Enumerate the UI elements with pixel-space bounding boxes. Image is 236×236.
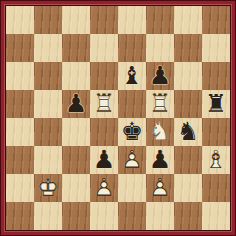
piece-white-bishop-h3[interactable]: ♝♗ (202, 146, 230, 174)
square-a2[interactable] (6, 174, 34, 202)
square-b2[interactable]: ♚♔ (34, 174, 62, 202)
square-g6[interactable] (174, 62, 202, 90)
square-b8[interactable] (34, 6, 62, 34)
square-a3[interactable] (6, 146, 34, 174)
square-h4[interactable] (202, 118, 230, 146)
piece-black-rook-h5[interactable]: ♜ (202, 90, 230, 118)
square-c2[interactable] (62, 174, 90, 202)
square-e6[interactable]: ♝ (118, 62, 146, 90)
square-d1[interactable] (90, 202, 118, 230)
square-c5[interactable]: ♟ (62, 90, 90, 118)
piece-white-pawn-d2[interactable]: ♟♙ (90, 174, 118, 202)
square-f7[interactable] (146, 34, 174, 62)
square-f6[interactable]: ♟ (146, 62, 174, 90)
piece-black-king-e4[interactable]: ♚ (118, 118, 146, 146)
square-h1[interactable] (202, 202, 230, 230)
piece-black-knight-g4[interactable]: ♞ (174, 118, 202, 146)
board-frame: ♝♟♟♜♖♜♖♜♚♞♘♞♟♟♙♟♝♗♚♔♟♙♟♙ (0, 0, 236, 236)
bishop-outline-glyph: ♗ (202, 146, 230, 174)
square-d7[interactable] (90, 34, 118, 62)
square-b6[interactable] (34, 62, 62, 90)
square-b7[interactable] (34, 34, 62, 62)
square-h2[interactable] (202, 174, 230, 202)
square-h8[interactable] (202, 6, 230, 34)
square-f1[interactable] (146, 202, 174, 230)
square-g8[interactable] (174, 6, 202, 34)
square-c7[interactable] (62, 34, 90, 62)
square-a8[interactable] (6, 6, 34, 34)
square-d3[interactable]: ♟ (90, 146, 118, 174)
square-c1[interactable] (62, 202, 90, 230)
king-outline-glyph: ♔ (34, 174, 62, 202)
piece-white-rook-f5[interactable]: ♜♖ (146, 90, 174, 118)
piece-white-pawn-e3[interactable]: ♟♙ (118, 146, 146, 174)
square-g3[interactable] (174, 146, 202, 174)
square-f3[interactable]: ♟ (146, 146, 174, 174)
square-c4[interactable] (62, 118, 90, 146)
knight-outline-glyph: ♘ (146, 118, 174, 146)
square-e1[interactable] (118, 202, 146, 230)
pawn-outline-glyph: ♙ (118, 146, 146, 174)
square-b5[interactable] (34, 90, 62, 118)
square-c6[interactable] (62, 62, 90, 90)
square-d8[interactable] (90, 6, 118, 34)
square-h6[interactable] (202, 62, 230, 90)
square-a6[interactable] (6, 62, 34, 90)
square-d5[interactable]: ♜♖ (90, 90, 118, 118)
piece-black-bishop-e6[interactable]: ♝ (118, 62, 146, 90)
square-e5[interactable] (118, 90, 146, 118)
square-e8[interactable] (118, 6, 146, 34)
square-h5[interactable]: ♜ (202, 90, 230, 118)
square-a1[interactable] (6, 202, 34, 230)
pawn-outline-glyph: ♙ (90, 174, 118, 202)
piece-black-pawn-c5[interactable]: ♟ (62, 90, 90, 118)
square-f8[interactable] (146, 6, 174, 34)
square-e2[interactable] (118, 174, 146, 202)
pawn-outline-glyph: ♙ (146, 174, 174, 202)
square-d4[interactable] (90, 118, 118, 146)
square-b4[interactable] (34, 118, 62, 146)
square-g1[interactable] (174, 202, 202, 230)
square-e3[interactable]: ♟♙ (118, 146, 146, 174)
chess-board: ♝♟♟♜♖♜♖♜♚♞♘♞♟♟♙♟♝♗♚♔♟♙♟♙ (5, 5, 231, 231)
square-a7[interactable] (6, 34, 34, 62)
square-g4[interactable]: ♞ (174, 118, 202, 146)
square-e7[interactable] (118, 34, 146, 62)
square-f2[interactable]: ♟♙ (146, 174, 174, 202)
piece-white-pawn-f2[interactable]: ♟♙ (146, 174, 174, 202)
square-h3[interactable]: ♝♗ (202, 146, 230, 174)
square-g5[interactable] (174, 90, 202, 118)
piece-white-king-b2[interactable]: ♚♔ (34, 174, 62, 202)
piece-black-pawn-d3[interactable]: ♟ (90, 146, 118, 174)
piece-white-rook-d5[interactable]: ♜♖ (90, 90, 118, 118)
piece-white-knight-f4[interactable]: ♞♘ (146, 118, 174, 146)
piece-black-pawn-f3[interactable]: ♟ (146, 146, 174, 174)
piece-black-pawn-f6[interactable]: ♟ (146, 62, 174, 90)
square-e4[interactable]: ♚ (118, 118, 146, 146)
square-h7[interactable] (202, 34, 230, 62)
square-g2[interactable] (174, 174, 202, 202)
square-d2[interactable]: ♟♙ (90, 174, 118, 202)
square-f4[interactable]: ♞♘ (146, 118, 174, 146)
square-f5[interactable]: ♜♖ (146, 90, 174, 118)
square-a4[interactable] (6, 118, 34, 146)
rook-outline-glyph: ♖ (90, 90, 118, 118)
square-a5[interactable] (6, 90, 34, 118)
square-b1[interactable] (34, 202, 62, 230)
square-d6[interactable] (90, 62, 118, 90)
rook-outline-glyph: ♖ (146, 90, 174, 118)
square-b3[interactable] (34, 146, 62, 174)
square-g7[interactable] (174, 34, 202, 62)
square-c3[interactable] (62, 146, 90, 174)
square-c8[interactable] (62, 6, 90, 34)
